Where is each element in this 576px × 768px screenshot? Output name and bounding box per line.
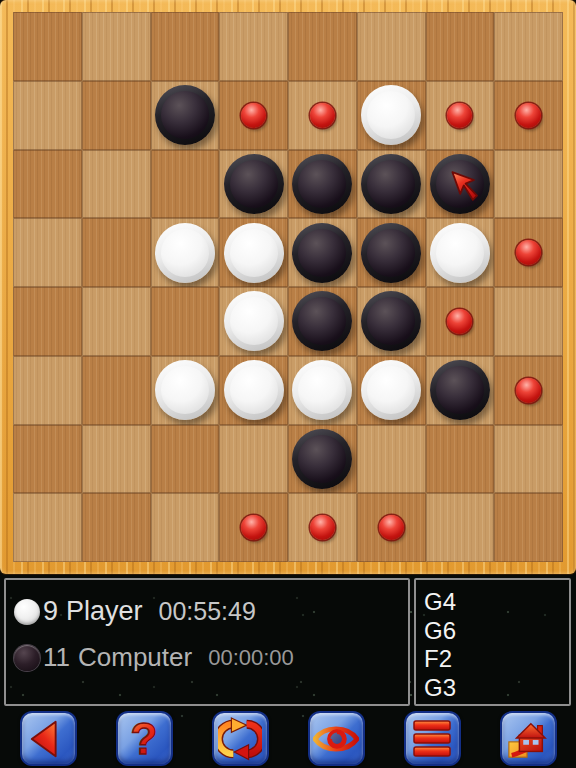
cell-h4[interactable] (494, 218, 563, 287)
player-disc-count: 9 (43, 596, 58, 627)
move-history-panel: G4G6F2G3 (414, 578, 571, 706)
cell-f8[interactable] (357, 493, 426, 562)
black-disc-icon (14, 645, 40, 671)
home-button[interactable] (500, 711, 557, 766)
white-disc (430, 223, 490, 283)
cell-d7[interactable] (219, 425, 288, 494)
othello-board (13, 12, 563, 562)
cell-c2[interactable] (151, 81, 220, 150)
cell-g5[interactable] (426, 287, 495, 356)
cell-f3[interactable] (357, 150, 426, 219)
computer-status-row: 11 Computer 00:00:00 (14, 642, 294, 673)
black-disc (430, 360, 490, 420)
legal-move-marker (241, 515, 266, 540)
app-screen: 9 Player 00:55:49 11 Computer 00:00:00 G… (0, 0, 576, 768)
cell-b3[interactable] (82, 150, 151, 219)
white-disc (224, 223, 284, 283)
cell-f6[interactable] (357, 356, 426, 425)
legal-move-marker (447, 309, 472, 334)
white-disc (224, 291, 284, 351)
cell-e3[interactable] (288, 150, 357, 219)
player-label: Player (66, 596, 143, 627)
board-frame (0, 0, 576, 574)
computer-clock: 00:00:00 (208, 645, 294, 671)
cell-f1[interactable] (357, 12, 426, 81)
cell-e5[interactable] (288, 287, 357, 356)
move-list-item: F2 (424, 645, 569, 674)
eye-icon (313, 719, 359, 759)
black-disc (292, 154, 352, 214)
black-disc (155, 85, 215, 145)
cell-e7[interactable] (288, 425, 357, 494)
white-disc (155, 223, 215, 283)
cell-h6[interactable] (494, 356, 563, 425)
cell-c8[interactable] (151, 493, 220, 562)
cell-a6[interactable] (13, 356, 82, 425)
white-disc (155, 360, 215, 420)
cell-b1[interactable] (82, 12, 151, 81)
cell-d6[interactable] (219, 356, 288, 425)
legal-move-marker (241, 103, 266, 128)
cell-e8[interactable] (288, 493, 357, 562)
black-disc (292, 291, 352, 351)
white-disc (292, 360, 352, 420)
restart-button[interactable] (212, 711, 269, 766)
cell-a1[interactable] (13, 12, 82, 81)
cell-h2[interactable] (494, 81, 563, 150)
back-icon (27, 718, 69, 760)
computer-label: Computer (78, 642, 192, 673)
eye-button[interactable] (308, 711, 365, 766)
player-status-row: 9 Player 00:55:49 (14, 596, 256, 627)
cell-d5[interactable] (219, 287, 288, 356)
white-disc (224, 360, 284, 420)
computer-disc-count: 11 (43, 642, 70, 673)
cell-a8[interactable] (13, 493, 82, 562)
cell-g4[interactable] (426, 218, 495, 287)
move-list-item: G3 (424, 674, 569, 703)
cell-f5[interactable] (357, 287, 426, 356)
black-disc (292, 429, 352, 489)
cell-d3[interactable] (219, 150, 288, 219)
legal-move-marker (310, 515, 335, 540)
restart-icon (218, 717, 262, 761)
cell-f7[interactable] (357, 425, 426, 494)
black-disc (361, 291, 421, 351)
cell-e4[interactable] (288, 218, 357, 287)
move-list-item: G6 (424, 617, 569, 646)
cell-d8[interactable] (219, 493, 288, 562)
black-disc (430, 154, 490, 214)
cell-g6[interactable] (426, 356, 495, 425)
white-disc (361, 85, 421, 145)
white-disc (361, 360, 421, 420)
cell-c7[interactable] (151, 425, 220, 494)
cell-e2[interactable] (288, 81, 357, 150)
cell-b7[interactable] (82, 425, 151, 494)
help-button[interactable]: ? (116, 711, 173, 766)
black-disc (292, 223, 352, 283)
white-disc-icon (14, 599, 40, 625)
legal-move-marker (310, 103, 335, 128)
help-icon: ? (122, 716, 166, 762)
status-panel: 9 Player 00:55:49 11 Computer 00:00:00 (4, 578, 410, 706)
cell-c3[interactable] (151, 150, 220, 219)
cell-b8[interactable] (82, 493, 151, 562)
menu-button[interactable] (404, 711, 461, 766)
player-clock: 00:55:49 (159, 597, 256, 626)
cell-a3[interactable] (13, 150, 82, 219)
move-list-item: G4 (424, 588, 569, 617)
cell-c6[interactable] (151, 356, 220, 425)
legal-move-marker (516, 378, 541, 403)
black-disc (361, 223, 421, 283)
cell-c4[interactable] (151, 218, 220, 287)
cell-b5[interactable] (82, 287, 151, 356)
menu-icon (412, 718, 452, 760)
black-disc (224, 154, 284, 214)
legal-move-marker (447, 103, 472, 128)
cell-g2[interactable] (426, 81, 495, 150)
cell-h3[interactable] (494, 150, 563, 219)
cell-a7[interactable] (13, 425, 82, 494)
cell-a2[interactable] (13, 81, 82, 150)
cell-e6[interactable] (288, 356, 357, 425)
cell-g8[interactable] (426, 493, 495, 562)
home-icon (505, 717, 551, 761)
legal-move-marker (516, 240, 541, 265)
black-disc (361, 154, 421, 214)
cell-a4[interactable] (13, 218, 82, 287)
cell-b2[interactable] (82, 81, 151, 150)
cell-g1[interactable] (426, 12, 495, 81)
cell-c5[interactable] (151, 287, 220, 356)
cell-b4[interactable] (82, 218, 151, 287)
cell-a5[interactable] (13, 287, 82, 356)
cell-b6[interactable] (82, 356, 151, 425)
cell-f2[interactable] (357, 81, 426, 150)
cell-d1[interactable] (219, 12, 288, 81)
cell-d2[interactable] (219, 81, 288, 150)
toolbar: ? (0, 710, 576, 768)
cell-e1[interactable] (288, 12, 357, 81)
back-button[interactable] (20, 711, 77, 766)
legal-move-marker (379, 515, 404, 540)
svg-text:?: ? (131, 716, 158, 762)
cell-d4[interactable] (219, 218, 288, 287)
cell-h1[interactable] (494, 12, 563, 81)
cell-g3[interactable] (426, 150, 495, 219)
cell-g7[interactable] (426, 425, 495, 494)
cell-h7[interactable] (494, 425, 563, 494)
cell-f4[interactable] (357, 218, 426, 287)
legal-move-marker (516, 103, 541, 128)
cell-c1[interactable] (151, 12, 220, 81)
cell-h5[interactable] (494, 287, 563, 356)
cell-h8[interactable] (494, 493, 563, 562)
